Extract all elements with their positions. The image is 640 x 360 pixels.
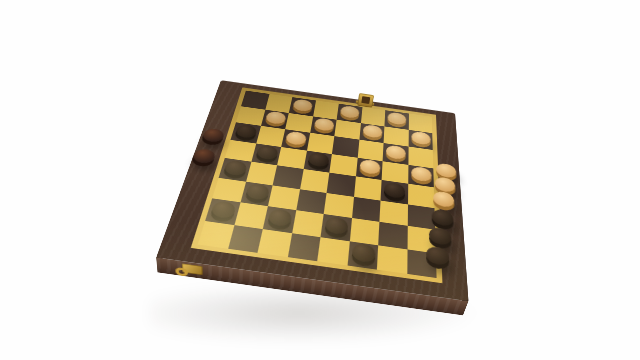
piece-top (434, 176, 455, 193)
board-square[interactable] (300, 169, 330, 193)
piece-top (245, 183, 270, 201)
checker-piece-light[interactable] (340, 105, 360, 119)
checker-piece-dark[interactable] (245, 183, 270, 201)
board-square[interactable] (292, 210, 324, 237)
checker-piece-dark[interactable] (307, 152, 329, 168)
piece-top (268, 208, 294, 227)
checker-piece-mahog[interactable] (201, 128, 225, 143)
board-square[interactable] (263, 206, 296, 233)
board-square[interactable] (273, 165, 304, 189)
checker-piece-light[interactable] (411, 131, 430, 146)
board-square[interactable] (257, 229, 291, 257)
board-square[interactable] (327, 173, 356, 197)
checker-piece-dark[interactable] (325, 216, 349, 235)
checker-piece-light[interactable] (313, 117, 334, 131)
board-square[interactable] (407, 226, 436, 253)
checker-piece-light[interactable] (434, 176, 455, 193)
scene-3d (156, 80, 468, 301)
piece-side (222, 163, 247, 180)
checker-piece-light[interactable] (285, 131, 307, 146)
piece-top (223, 160, 248, 177)
board-square[interactable] (324, 193, 354, 218)
checker-piece-dark[interactable] (210, 200, 237, 219)
brass-latch-icon[interactable] (357, 93, 374, 108)
box-right-face (451, 113, 468, 315)
photo-canvas (0, 0, 640, 360)
piece-top (191, 148, 216, 164)
brass-latch-keeper (361, 96, 370, 104)
piece-side (384, 185, 406, 203)
board-square[interactable] (321, 214, 352, 241)
board-square[interactable] (407, 204, 435, 230)
board-square[interactable] (354, 176, 382, 200)
piece-side (244, 186, 269, 204)
checkers-board (191, 87, 443, 283)
board-grid (198, 91, 437, 278)
board-square[interactable] (205, 198, 240, 224)
board-square[interactable] (228, 225, 263, 253)
checker-piece-dark[interactable] (384, 182, 405, 199)
piece-side (351, 247, 376, 268)
checker-piece-dark[interactable] (235, 124, 258, 139)
checker-piece-light[interactable] (411, 166, 432, 182)
checker-piece-light[interactable] (293, 98, 314, 112)
board-square[interactable] (347, 241, 378, 270)
board-square[interactable] (246, 162, 277, 185)
checker-piece-dark[interactable] (223, 160, 248, 177)
board-square[interactable] (287, 233, 320, 261)
board-square[interactable] (212, 177, 245, 202)
board-square[interactable] (234, 202, 268, 228)
board-square[interactable] (407, 249, 437, 278)
piece-top (351, 243, 375, 264)
checker-piece-light[interactable] (388, 112, 407, 126)
checker-piece-light[interactable] (386, 145, 406, 160)
game-box-lid (156, 80, 468, 301)
board-square[interactable] (268, 185, 300, 210)
board-square[interactable] (198, 221, 234, 249)
board-square[interactable] (408, 184, 435, 208)
piece-top (210, 200, 237, 219)
board-square[interactable] (349, 218, 379, 245)
board-square[interactable] (381, 180, 408, 204)
board-square[interactable] (219, 158, 251, 181)
board-square[interactable] (379, 200, 407, 226)
piece-top (325, 216, 349, 235)
checker-piece-light[interactable] (265, 111, 287, 125)
board-square[interactable] (240, 181, 273, 206)
checker-piece-mahog[interactable] (191, 148, 216, 164)
board-square[interactable] (377, 245, 407, 274)
piece-side (324, 220, 348, 240)
board-square[interactable] (378, 222, 407, 249)
piece-side (209, 204, 236, 223)
checker-piece-dark[interactable] (268, 208, 294, 227)
checker-piece-light[interactable] (359, 159, 380, 175)
board-square[interactable] (296, 189, 327, 214)
checker-piece-dark[interactable] (351, 243, 375, 264)
board-square[interactable] (352, 196, 381, 221)
piece-side (267, 212, 293, 231)
board-square[interactable] (317, 237, 349, 266)
checker-piece-dark[interactable] (255, 145, 279, 161)
checker-piece-light[interactable] (362, 124, 382, 139)
piece-top (384, 182, 405, 199)
